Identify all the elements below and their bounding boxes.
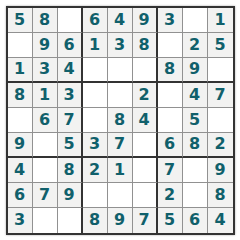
cell-r8c4[interactable] bbox=[83, 183, 108, 208]
cell-r8c5[interactable] bbox=[108, 183, 133, 208]
sudoku-board: 5864931961382513489813247678459537682482… bbox=[6, 6, 235, 235]
cell-r6c5[interactable]: 7 bbox=[108, 133, 133, 158]
cell-r4c3[interactable]: 3 bbox=[58, 83, 83, 108]
cell-r5c1[interactable] bbox=[8, 108, 33, 133]
cell-r3c3[interactable]: 4 bbox=[58, 58, 83, 83]
cell-r5c4[interactable] bbox=[83, 108, 108, 133]
cell-r3c2[interactable]: 3 bbox=[33, 58, 58, 83]
cell-r5c7[interactable] bbox=[158, 108, 183, 133]
cell-r9c7[interactable]: 5 bbox=[158, 208, 183, 233]
cell-r1c4[interactable]: 6 bbox=[83, 8, 108, 33]
cell-r4c8[interactable]: 4 bbox=[183, 83, 208, 108]
cell-r5c2[interactable]: 6 bbox=[33, 108, 58, 133]
cell-r6c1[interactable]: 9 bbox=[8, 133, 33, 158]
cell-r6c3[interactable]: 5 bbox=[58, 133, 83, 158]
cell-r9c3[interactable] bbox=[58, 208, 83, 233]
cell-r3c9[interactable] bbox=[208, 58, 233, 83]
cell-r2c8[interactable]: 2 bbox=[183, 33, 208, 58]
cell-r6c8[interactable]: 8 bbox=[183, 133, 208, 158]
cell-r2c1[interactable] bbox=[8, 33, 33, 58]
cell-r8c9[interactable]: 8 bbox=[208, 183, 233, 208]
cell-r9c9[interactable]: 4 bbox=[208, 208, 233, 233]
cell-r6c4[interactable]: 3 bbox=[83, 133, 108, 158]
cell-r5c6[interactable]: 4 bbox=[133, 108, 158, 133]
cell-r3c1[interactable]: 1 bbox=[8, 58, 33, 83]
cell-r2c6[interactable]: 8 bbox=[133, 33, 158, 58]
cell-r5c8[interactable]: 5 bbox=[183, 108, 208, 133]
cell-r1c3[interactable] bbox=[58, 8, 83, 33]
cell-r4c1[interactable]: 8 bbox=[8, 83, 33, 108]
cell-r5c5[interactable]: 8 bbox=[108, 108, 133, 133]
cell-r9c4[interactable]: 8 bbox=[83, 208, 108, 233]
cell-r9c6[interactable]: 7 bbox=[133, 208, 158, 233]
cell-r6c2[interactable] bbox=[33, 133, 58, 158]
cell-r8c7[interactable]: 2 bbox=[158, 183, 183, 208]
cell-r7c4[interactable]: 2 bbox=[83, 158, 108, 183]
cell-r2c7[interactable] bbox=[158, 33, 183, 58]
cell-r8c2[interactable]: 7 bbox=[33, 183, 58, 208]
cell-r8c1[interactable]: 6 bbox=[8, 183, 33, 208]
cell-r3c6[interactable] bbox=[133, 58, 158, 83]
cell-r4c4[interactable] bbox=[83, 83, 108, 108]
cell-r1c2[interactable]: 8 bbox=[33, 8, 58, 33]
cell-r1c1[interactable]: 5 bbox=[8, 8, 33, 33]
cell-r3c4[interactable] bbox=[83, 58, 108, 83]
cell-r4c7[interactable] bbox=[158, 83, 183, 108]
cell-r6c6[interactable] bbox=[133, 133, 158, 158]
cell-r6c9[interactable]: 2 bbox=[208, 133, 233, 158]
cell-r5c9[interactable] bbox=[208, 108, 233, 133]
cell-r3c8[interactable]: 9 bbox=[183, 58, 208, 83]
cell-r7c9[interactable]: 9 bbox=[208, 158, 233, 183]
cell-r1c7[interactable]: 3 bbox=[158, 8, 183, 33]
cell-r9c5[interactable]: 9 bbox=[108, 208, 133, 233]
cell-r7c1[interactable]: 4 bbox=[8, 158, 33, 183]
cell-r9c1[interactable]: 3 bbox=[8, 208, 33, 233]
cell-r1c9[interactable]: 1 bbox=[208, 8, 233, 33]
cell-r5c3[interactable]: 7 bbox=[58, 108, 83, 133]
cell-r4c5[interactable] bbox=[108, 83, 133, 108]
cell-r6c7[interactable]: 6 bbox=[158, 133, 183, 158]
cell-r9c2[interactable] bbox=[33, 208, 58, 233]
cell-r2c3[interactable]: 6 bbox=[58, 33, 83, 58]
cell-r2c2[interactable]: 9 bbox=[33, 33, 58, 58]
cell-r8c8[interactable] bbox=[183, 183, 208, 208]
cell-r1c6[interactable]: 9 bbox=[133, 8, 158, 33]
cell-r2c4[interactable]: 1 bbox=[83, 33, 108, 58]
cell-r7c8[interactable] bbox=[183, 158, 208, 183]
cell-r4c2[interactable]: 1 bbox=[33, 83, 58, 108]
cell-r2c5[interactable]: 3 bbox=[108, 33, 133, 58]
cell-r7c6[interactable] bbox=[133, 158, 158, 183]
cell-r4c9[interactable]: 7 bbox=[208, 83, 233, 108]
cell-r3c7[interactable]: 8 bbox=[158, 58, 183, 83]
cell-r7c3[interactable]: 8 bbox=[58, 158, 83, 183]
cell-r9c8[interactable]: 6 bbox=[183, 208, 208, 233]
cell-r7c2[interactable] bbox=[33, 158, 58, 183]
cell-r4c6[interactable]: 2 bbox=[133, 83, 158, 108]
cell-r3c5[interactable] bbox=[108, 58, 133, 83]
cell-r7c7[interactable]: 7 bbox=[158, 158, 183, 183]
cell-r7c5[interactable]: 1 bbox=[108, 158, 133, 183]
cell-r2c9[interactable]: 5 bbox=[208, 33, 233, 58]
cell-r8c3[interactable]: 9 bbox=[58, 183, 83, 208]
cell-r8c6[interactable] bbox=[133, 183, 158, 208]
cell-r1c5[interactable]: 4 bbox=[108, 8, 133, 33]
cell-r1c8[interactable] bbox=[183, 8, 208, 33]
